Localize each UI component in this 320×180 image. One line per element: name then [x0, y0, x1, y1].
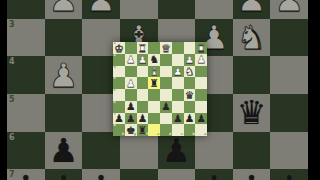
background-rank-label-5: 5	[9, 95, 15, 104]
square-e7[interactable]	[148, 113, 160, 125]
background-square-h4: 4	[7, 56, 45, 94]
black-rook-e4[interactable]: ♜	[149, 78, 159, 89]
background-square-c7: ♟	[195, 169, 233, 180]
white-queen-d1[interactable]: ♛	[161, 43, 171, 54]
background-square-a6	[270, 132, 308, 170]
background-square-h5: 5	[7, 94, 45, 132]
white-pawn-g4[interactable]: ♟	[126, 78, 136, 89]
black-pawn-g7[interactable]: ♟	[126, 113, 136, 124]
square-d1[interactable]: ♛	[160, 42, 172, 54]
background-square-b4	[233, 56, 271, 94]
square-c5[interactable]	[172, 89, 184, 101]
square-d4[interactable]	[160, 77, 172, 89]
square-b3[interactable]: ♞	[184, 66, 196, 78]
chess-board: ♚1♜♛♜2♟♟♞♟♟3♝♟♞4♟♜5♛6♟♟♟7♟♟♟♟♟8h♚g♜fedcb…	[113, 42, 207, 136]
background-square-b5: ♛	[233, 94, 271, 132]
square-f6[interactable]	[137, 101, 149, 113]
background-square-g5	[45, 94, 83, 132]
square-d6[interactable]: ♟	[160, 101, 172, 113]
white-pawn-f2[interactable]: ♟	[138, 54, 148, 65]
background-white-pawn-f2: ♟	[82, 0, 120, 19]
background-square-h2	[7, 0, 45, 19]
mini-rank-label-8: 8	[114, 124, 116, 127]
background-white-pawn-a2: ♟	[270, 0, 308, 19]
square-g5[interactable]	[125, 89, 137, 101]
square-c4[interactable]	[172, 77, 184, 89]
white-pawn-b2[interactable]: ♟	[185, 54, 195, 65]
background-square-e7	[120, 169, 158, 180]
background-white-pawn-g2: ♟	[45, 0, 83, 19]
square-g7[interactable]: ♟	[125, 113, 137, 125]
mini-rank-label-7: 7	[114, 113, 116, 116]
square-c2[interactable]	[172, 54, 184, 66]
background-square-h6: 6	[7, 132, 45, 170]
square-e1[interactable]	[148, 42, 160, 54]
square-e4[interactable]: ♜	[148, 77, 160, 89]
background-black-pawn-b7: ♟	[233, 169, 271, 180]
background-square-h3: 3	[7, 19, 45, 57]
white-pawn-a2[interactable]: ♟	[196, 54, 206, 65]
mini-rank-label-4: 4	[114, 77, 116, 80]
black-pawn-b7[interactable]: ♟	[185, 113, 195, 124]
square-g2[interactable]: ♟	[125, 54, 137, 66]
square-h6[interactable]: 6	[113, 101, 125, 113]
background-rank-label-6: 6	[9, 133, 15, 142]
square-g4[interactable]: ♟	[125, 77, 137, 89]
square-d5[interactable]	[160, 89, 172, 101]
square-g1[interactable]	[125, 42, 137, 54]
square-a8[interactable]: a	[195, 124, 207, 136]
background-square-f6	[82, 132, 120, 170]
square-b8[interactable]: b	[184, 124, 196, 136]
background-square-e6	[120, 132, 158, 170]
background-rank-label-4: 4	[9, 57, 15, 66]
square-a7[interactable]: ♟	[195, 113, 207, 125]
square-a3[interactable]	[195, 66, 207, 78]
white-pawn-g2[interactable]: ♟	[126, 54, 136, 65]
square-d8[interactable]: d	[160, 124, 172, 136]
background-square-f2: ♟	[82, 0, 120, 19]
black-knight-e2[interactable]: ♞	[149, 54, 159, 65]
background-square-c6	[195, 132, 233, 170]
square-a5[interactable]	[195, 89, 207, 101]
mini-rank-label-2: 2	[114, 54, 116, 57]
background-square-b2: ♟	[233, 0, 271, 19]
mini-rank-label-6: 6	[114, 101, 116, 104]
background-black-pawn-a7: ♟	[270, 169, 308, 180]
background-black-pawn-d6: ♟	[158, 132, 196, 170]
white-knight-b3[interactable]: ♞	[185, 66, 195, 77]
black-pawn-d6[interactable]: ♟	[161, 101, 171, 112]
white-rook-a1[interactable]: ♜	[196, 43, 206, 54]
background-square-g2: ♟	[45, 0, 83, 19]
black-queen-b5[interactable]: ♛	[185, 90, 195, 101]
square-b6[interactable]	[184, 101, 196, 113]
square-b5[interactable]: ♛	[184, 89, 196, 101]
mini-file-label-a: a	[204, 133, 206, 136]
black-pawn-a7[interactable]: ♟	[196, 113, 206, 124]
square-f5[interactable]	[137, 89, 149, 101]
background-square-d7	[158, 169, 196, 180]
background-square-a5	[270, 94, 308, 132]
square-b7[interactable]: ♟	[184, 113, 196, 125]
square-a2[interactable]: ♟	[195, 54, 207, 66]
square-a4[interactable]	[195, 77, 207, 89]
background-square-d2	[158, 0, 196, 19]
square-c6[interactable]	[172, 101, 184, 113]
background-square-a3	[270, 19, 308, 57]
background-square-a7: ♟	[270, 169, 308, 180]
background-white-pawn-g4: ♟	[45, 56, 83, 94]
background-square-b7: ♟	[233, 169, 271, 180]
shorts-video-frame: ♟♟♟♟3♝♟♞4♟5♛6♟♟♟7♟♟♟♟♟ ♚1♜♛♜2♟♟♞♟♟3♝♟♞4♟…	[0, 0, 320, 180]
background-black-pawn-g7: ♟	[45, 169, 83, 180]
square-e6[interactable]	[148, 101, 160, 113]
square-e5[interactable]	[148, 89, 160, 101]
square-c7[interactable]: ♟	[172, 113, 184, 125]
white-bishop-e3[interactable]: ♝	[149, 66, 159, 77]
background-white-pawn-b2: ♟	[233, 0, 271, 19]
white-rook-f1[interactable]: ♜	[138, 43, 148, 54]
background-square-a2: ♟	[270, 0, 308, 19]
square-f8[interactable]: ♜f	[137, 124, 149, 136]
square-d7[interactable]	[160, 113, 172, 125]
background-square-d6: ♟	[158, 132, 196, 170]
square-a6[interactable]	[195, 101, 207, 113]
square-e8[interactable]: e	[148, 124, 160, 136]
square-h8[interactable]: 8h	[113, 124, 125, 136]
square-h5[interactable]: 5	[113, 89, 125, 101]
background-black-pawn-f7: ♟	[82, 169, 120, 180]
background-square-c2	[195, 0, 233, 19]
square-g6[interactable]: ♟	[125, 101, 137, 113]
background-black-pawn-c7: ♟	[195, 169, 233, 180]
background-square-g6: ♟	[45, 132, 83, 170]
square-h1[interactable]: ♚1	[113, 42, 125, 54]
mini-rank-label-5: 5	[114, 89, 116, 92]
white-pawn-c3[interactable]: ♟	[173, 66, 183, 77]
square-a1[interactable]: ♜	[195, 42, 207, 54]
black-pawn-c7[interactable]: ♟	[173, 113, 183, 124]
square-e2[interactable]: ♞	[148, 54, 160, 66]
background-rank-label-3: 3	[9, 20, 15, 29]
square-b1[interactable]	[184, 42, 196, 54]
background-square-b3: ♞	[233, 19, 271, 57]
background-square-a4	[270, 56, 308, 94]
square-f7[interactable]: ♟	[137, 113, 149, 125]
square-f2[interactable]: ♟	[137, 54, 149, 66]
square-b2[interactable]: ♟	[184, 54, 196, 66]
mini-rank-label-1: 1	[114, 42, 116, 45]
square-c1[interactable]	[172, 42, 184, 54]
square-g3[interactable]	[125, 66, 137, 78]
background-square-e2	[120, 0, 158, 19]
square-c8[interactable]: c	[172, 124, 184, 136]
black-pawn-g6[interactable]: ♟	[126, 101, 136, 112]
black-pawn-f7[interactable]: ♟	[138, 113, 148, 124]
mini-rank-label-3: 3	[114, 66, 116, 69]
square-c3[interactable]: ♟	[172, 66, 184, 78]
background-square-f7: ♟	[82, 169, 120, 180]
background-rank-label-7: 7	[9, 170, 15, 179]
square-d2[interactable]	[160, 54, 172, 66]
square-f1[interactable]: ♜	[137, 42, 149, 54]
square-f3[interactable]	[137, 66, 149, 78]
background-white-knight-b3: ♞	[233, 19, 271, 57]
square-g8[interactable]: ♚g	[125, 124, 137, 136]
square-e3[interactable]: ♝	[148, 66, 160, 78]
background-square-g7: ♟	[45, 169, 83, 180]
square-d3[interactable]	[160, 66, 172, 78]
background-black-pawn-g6: ♟	[45, 132, 83, 170]
background-square-h7: ♟7	[7, 169, 45, 180]
background-black-queen-b5: ♛	[233, 94, 271, 132]
square-b4[interactable]	[184, 77, 196, 89]
square-f4[interactable]	[137, 77, 149, 89]
background-square-b6	[233, 132, 271, 170]
background-square-g4: ♟	[45, 56, 83, 94]
square-h2[interactable]: 2	[113, 54, 125, 66]
background-square-g3	[45, 19, 83, 57]
